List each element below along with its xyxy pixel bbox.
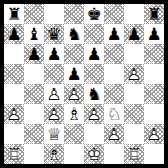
square-d3[interactable]: ♝♗	[64, 104, 84, 124]
white-piece-outline: ♙	[44, 84, 64, 104]
square-f4[interactable]	[104, 84, 124, 104]
square-c4[interactable]: ♟♙	[44, 84, 64, 104]
square-a2[interactable]	[4, 124, 24, 144]
square-c2[interactable]: ♛♕	[44, 124, 64, 144]
square-e5[interactable]	[84, 64, 104, 84]
square-a1[interactable]: ♜♖	[4, 144, 24, 164]
square-a8[interactable]: ♜	[4, 4, 24, 24]
piece-black-pawn: ♟	[44, 44, 64, 64]
square-d8[interactable]	[64, 4, 84, 24]
square-b5[interactable]	[24, 64, 44, 84]
piece-black-king: ♚	[84, 4, 104, 24]
square-a4[interactable]	[4, 84, 24, 104]
white-piece-outline: ♕	[44, 124, 64, 144]
piece-white-bishop: ♝♗	[44, 144, 64, 164]
square-d7[interactable]: ♞	[64, 24, 84, 44]
piece-white-bishop: ♝♗	[64, 104, 84, 124]
square-h2[interactable]: ♟♙	[144, 124, 164, 144]
piece-white-knight: ♞♘	[104, 104, 124, 124]
piece-white-pawn: ♟♙	[104, 124, 124, 144]
white-piece-outline: ♙	[4, 104, 24, 124]
piece-white-pawn: ♟♙	[4, 104, 24, 124]
square-b7[interactable]: ♝	[24, 24, 44, 44]
square-c1[interactable]: ♝♗	[44, 144, 64, 164]
piece-black-pawn: ♟	[64, 64, 84, 84]
square-g4[interactable]	[124, 84, 144, 104]
square-c8[interactable]	[44, 4, 64, 24]
square-b3[interactable]	[24, 104, 44, 124]
square-a3[interactable]: ♟♙	[4, 104, 24, 124]
square-b6[interactable]: ♟	[24, 44, 44, 64]
square-f3[interactable]: ♞♘	[104, 104, 124, 124]
square-g1[interactable]: ♜♖	[124, 144, 144, 164]
square-c3[interactable]: ♟♙	[44, 104, 64, 124]
piece-white-rook: ♜♖	[4, 144, 24, 164]
white-piece-outline: ♗	[64, 104, 84, 124]
piece-black-pawn: ♟	[144, 24, 164, 44]
white-piece-outline: ♘	[104, 104, 124, 124]
piece-white-pawn: ♟♙	[84, 104, 104, 124]
square-g8[interactable]	[124, 4, 144, 24]
square-h5[interactable]	[144, 64, 164, 84]
piece-black-pawn: ♟	[4, 24, 24, 44]
square-g5[interactable]: ♟♙	[124, 64, 144, 84]
piece-white-king: ♚♔	[84, 144, 104, 164]
square-g6[interactable]	[124, 44, 144, 64]
square-c5[interactable]	[44, 64, 64, 84]
square-d6[interactable]	[64, 44, 84, 64]
square-e8[interactable]: ♚	[84, 4, 104, 24]
square-f5[interactable]	[104, 64, 124, 84]
square-e4[interactable]: ♞	[84, 84, 104, 104]
square-f7[interactable]: ♟	[104, 24, 124, 44]
white-piece-outline: ♔	[84, 144, 104, 164]
square-h3[interactable]	[144, 104, 164, 124]
square-a7[interactable]: ♟	[4, 24, 24, 44]
chess-board-frame: ♜♚♜♟♝♛♞♟♟♟♟♟♟♟♟♙♟♙♟♙♞♟♙♟♙♝♗♟♙♞♘♛♕♟♙♟♙♜♖♝…	[0, 0, 168, 168]
white-piece-outline: ♙	[84, 104, 104, 124]
square-g7[interactable]: ♟	[124, 24, 144, 44]
square-f8[interactable]	[104, 4, 124, 24]
square-g2[interactable]	[124, 124, 144, 144]
square-d2[interactable]	[64, 124, 84, 144]
square-e2[interactable]	[84, 124, 104, 144]
piece-black-queen: ♛	[44, 24, 64, 44]
square-h4[interactable]	[144, 84, 164, 104]
white-piece-outline: ♖	[4, 144, 24, 164]
square-a6[interactable]	[4, 44, 24, 64]
square-f1[interactable]	[104, 144, 124, 164]
piece-white-pawn: ♟♙	[44, 84, 64, 104]
piece-black-knight: ♞	[84, 84, 104, 104]
piece-black-pawn: ♟	[84, 44, 104, 64]
white-piece-outline: ♖	[124, 144, 144, 164]
square-f6[interactable]	[104, 44, 124, 64]
piece-black-rook: ♜	[4, 4, 24, 24]
square-e1[interactable]: ♚♔	[84, 144, 104, 164]
white-piece-outline: ♙	[124, 64, 144, 84]
piece-white-queen: ♛♕	[44, 124, 64, 144]
square-d5[interactable]: ♟	[64, 64, 84, 84]
white-piece-outline: ♙	[44, 104, 64, 124]
white-piece-outline: ♙	[144, 124, 164, 144]
chess-board: ♜♚♜♟♝♛♞♟♟♟♟♟♟♟♟♙♟♙♟♙♞♟♙♟♙♝♗♟♙♞♘♛♕♟♙♟♙♜♖♝…	[4, 4, 164, 164]
piece-white-pawn: ♟♙	[64, 84, 84, 104]
piece-black-pawn: ♟	[104, 24, 124, 44]
piece-white-pawn: ♟♙	[144, 124, 164, 144]
white-piece-outline: ♙	[64, 84, 84, 104]
piece-black-pawn: ♟	[124, 24, 144, 44]
square-e6[interactable]: ♟	[84, 44, 104, 64]
square-c7[interactable]: ♛	[44, 24, 64, 44]
square-f2[interactable]: ♟♙	[104, 124, 124, 144]
square-h7[interactable]: ♟	[144, 24, 164, 44]
square-h8[interactable]: ♜	[144, 4, 164, 24]
piece-white-pawn: ♟♙	[44, 104, 64, 124]
piece-black-bishop: ♝	[24, 24, 44, 44]
square-b8[interactable]	[24, 4, 44, 24]
piece-white-pawn: ♟♙	[124, 64, 144, 84]
square-g3[interactable]	[124, 104, 144, 124]
square-h6[interactable]	[144, 44, 164, 64]
square-b2[interactable]	[24, 124, 44, 144]
square-d4[interactable]: ♟♙	[64, 84, 84, 104]
square-b1[interactable]	[24, 144, 44, 164]
square-e7[interactable]	[84, 24, 104, 44]
square-e3[interactable]: ♟♙	[84, 104, 104, 124]
white-piece-outline: ♙	[104, 124, 124, 144]
piece-black-rook: ♜	[144, 4, 164, 24]
piece-white-rook: ♜♖	[124, 144, 144, 164]
piece-black-knight: ♞	[64, 24, 84, 44]
square-c6[interactable]: ♟	[44, 44, 64, 64]
piece-black-pawn: ♟	[24, 44, 44, 64]
square-d1[interactable]	[64, 144, 84, 164]
square-b4[interactable]	[24, 84, 44, 104]
white-piece-outline: ♗	[44, 144, 64, 164]
square-h1[interactable]	[144, 144, 164, 164]
square-a5[interactable]	[4, 64, 24, 84]
